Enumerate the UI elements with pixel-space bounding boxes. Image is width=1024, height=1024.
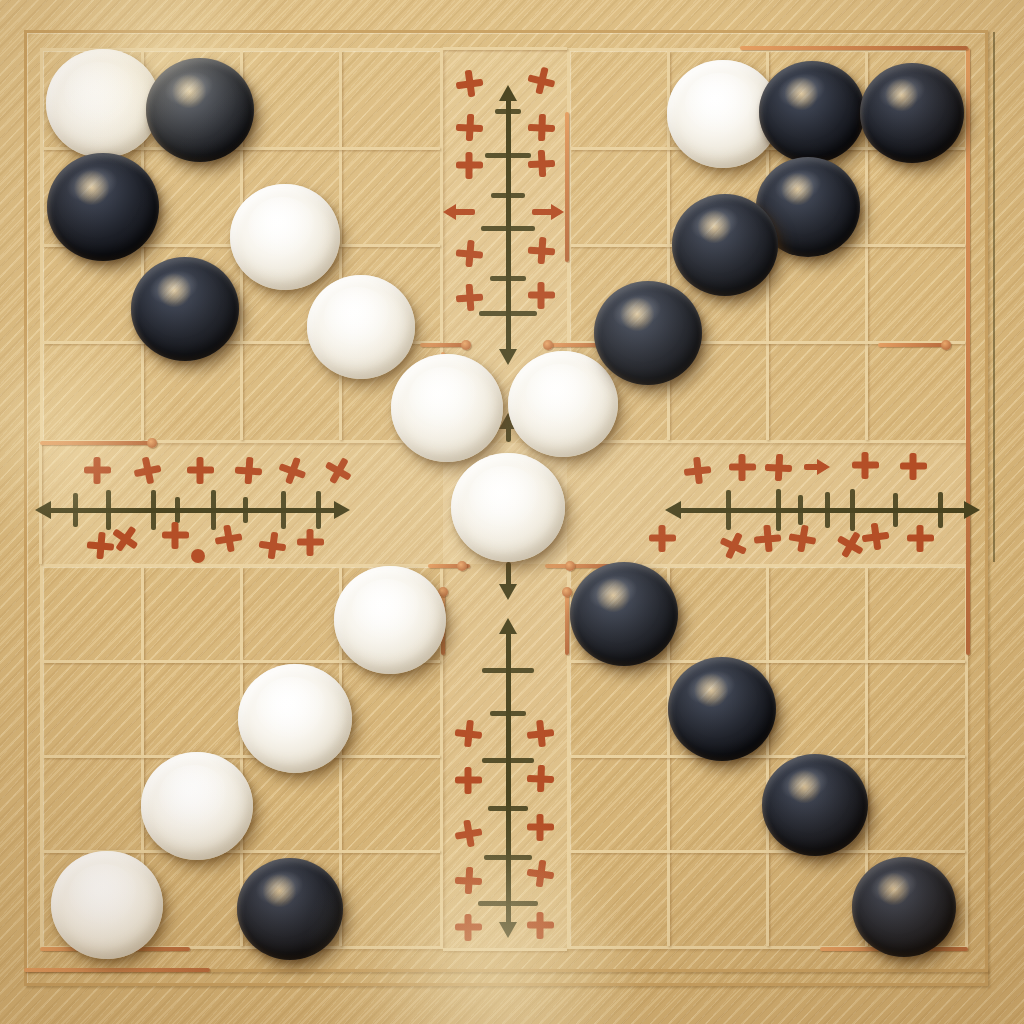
light-glow — [300, 795, 640, 1024]
game-board[interactable] — [0, 0, 1024, 1024]
lighting-layer — [0, 0, 1024, 1024]
light-glow — [368, 852, 648, 1024]
light-glow — [0, 310, 180, 550]
light-glow — [40, 0, 280, 178]
